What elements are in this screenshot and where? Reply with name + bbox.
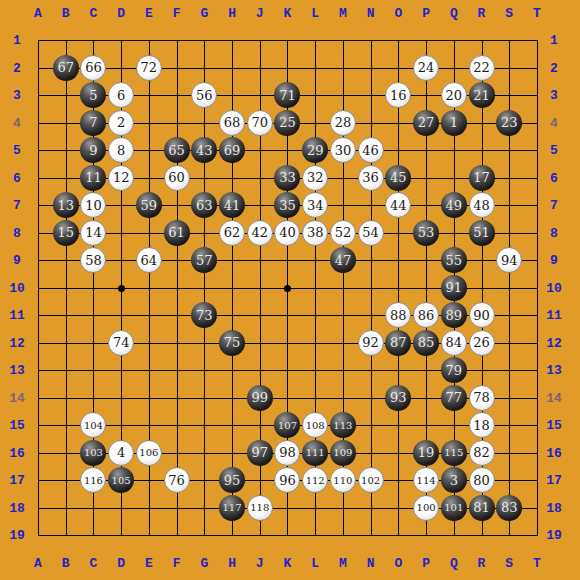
go-stone-N5[interactable]: 46 [358, 137, 384, 163]
coord-label-top: N [367, 7, 375, 20]
coord-label-left: 12 [9, 336, 25, 349]
go-stone-O7[interactable]: 44 [385, 192, 411, 218]
coord-label-left: 8 [13, 226, 21, 239]
stone-move-number: 58 [85, 253, 102, 268]
coord-label-bottom: O [394, 557, 402, 570]
stone-move-number: 81 [473, 500, 490, 515]
coord-label-bottom: N [367, 557, 375, 570]
go-stone-Q17[interactable]: 3 [441, 467, 467, 493]
coord-label-left: 17 [9, 474, 25, 487]
go-stone-J18[interactable]: 118 [247, 495, 273, 521]
coord-label-left: 18 [9, 501, 25, 514]
stone-move-number: 95 [224, 473, 241, 488]
go-stone-G5[interactable]: 43 [191, 137, 217, 163]
stone-move-number: 115 [444, 447, 463, 458]
stone-move-number: 43 [196, 143, 213, 158]
coord-label-left: 10 [9, 281, 25, 294]
stone-move-number: 87 [390, 335, 407, 350]
coord-label-bottom: C [90, 557, 98, 570]
coord-label-bottom: E [145, 557, 153, 570]
go-stone-K6[interactable]: 33 [274, 165, 300, 191]
go-stone-K15[interactable]: 107 [274, 412, 300, 438]
go-stone-Q11[interactable]: 89 [441, 302, 467, 328]
go-stone-D16[interactable]: 4 [108, 440, 134, 466]
stone-move-number: 73 [196, 308, 213, 323]
go-stone-Q10[interactable]: 91 [441, 275, 467, 301]
coord-label-bottom: D [117, 557, 125, 570]
coord-label-top: D [117, 7, 125, 20]
go-stone-R11[interactable]: 90 [469, 302, 495, 328]
go-stone-D17[interactable]: 105 [108, 467, 134, 493]
stone-move-number: 69 [224, 143, 241, 158]
go-stone-G3[interactable]: 56 [191, 82, 217, 108]
coord-label-top: G [200, 7, 208, 20]
stone-move-number: 52 [335, 225, 352, 240]
coord-label-right: 12 [546, 336, 562, 349]
coord-label-top: P [422, 7, 430, 20]
go-stone-H12[interactable]: 75 [219, 330, 245, 356]
stone-move-number: 107 [278, 420, 297, 431]
coord-label-right: 5 [550, 144, 558, 157]
grid-line-vertical [537, 40, 538, 536]
go-stone-L7[interactable]: 34 [302, 192, 328, 218]
go-stone-N12[interactable]: 92 [358, 330, 384, 356]
go-stone-L8[interactable]: 38 [302, 220, 328, 246]
stone-move-number: 36 [362, 170, 379, 185]
stone-move-number: 97 [251, 445, 268, 460]
coord-label-right: 6 [550, 171, 558, 184]
stone-move-number: 34 [307, 198, 324, 213]
coord-label-left: 19 [9, 529, 25, 542]
go-stone-C15[interactable]: 104 [80, 412, 106, 438]
go-stone-R8[interactable]: 51 [469, 220, 495, 246]
go-stone-J8[interactable]: 42 [247, 220, 273, 246]
go-stone-C5[interactable]: 9 [80, 137, 106, 163]
stone-move-number: 35 [279, 198, 296, 213]
stone-move-number: 105 [112, 475, 131, 486]
go-stone-L6[interactable]: 32 [302, 165, 328, 191]
stone-move-number: 32 [307, 170, 324, 185]
stone-move-number: 17 [473, 170, 490, 185]
coord-label-right: 9 [550, 254, 558, 267]
stone-move-number: 53 [418, 225, 435, 240]
go-stone-G9[interactable]: 57 [191, 247, 217, 273]
stone-move-number: 106 [139, 447, 158, 458]
stone-move-number: 46 [362, 143, 379, 158]
coord-label-bottom: A [34, 557, 42, 570]
go-stone-L15[interactable]: 108 [302, 412, 328, 438]
go-stone-D12[interactable]: 74 [108, 330, 134, 356]
go-stone-D5[interactable]: 8 [108, 137, 134, 163]
go-stone-C8[interactable]: 14 [80, 220, 106, 246]
go-stone-N6[interactable]: 36 [358, 165, 384, 191]
go-stone-P4[interactable]: 27 [413, 110, 439, 136]
go-stone-L17[interactable]: 112 [302, 467, 328, 493]
coord-label-top: E [145, 7, 153, 20]
coord-label-right: 18 [546, 501, 562, 514]
stone-move-number: 47 [335, 253, 352, 268]
coord-label-right: 14 [546, 391, 562, 404]
coord-label-top: O [394, 7, 402, 20]
coord-label-left: 13 [9, 364, 25, 377]
stone-move-number: 40 [279, 225, 296, 240]
stone-move-number: 88 [390, 308, 407, 323]
go-stone-H18[interactable]: 117 [219, 495, 245, 521]
stone-move-number: 66 [85, 60, 102, 75]
stone-move-number: 70 [251, 115, 268, 130]
coord-label-left: 1 [13, 34, 21, 47]
stone-move-number: 85 [418, 335, 435, 350]
coord-label-bottom: H [228, 557, 236, 570]
coord-label-right: 10 [546, 281, 562, 294]
go-stone-M15[interactable]: 113 [330, 412, 356, 438]
go-stone-Q14[interactable]: 77 [441, 385, 467, 411]
stone-move-number: 94 [501, 253, 518, 268]
go-stone-Q16[interactable]: 115 [441, 440, 467, 466]
go-stone-R16[interactable]: 82 [469, 440, 495, 466]
stone-move-number: 92 [362, 335, 379, 350]
stone-move-number: 102 [361, 475, 380, 486]
go-board[interactable]: AABBCCDDEEFFGGHHJJKKLLMMNNOOPPQQRRSSTT11… [0, 0, 580, 580]
coord-label-left: 15 [9, 419, 25, 432]
stone-move-number: 83 [501, 500, 518, 515]
coord-label-right: 7 [550, 199, 558, 212]
go-stone-R14[interactable]: 78 [469, 385, 495, 411]
stone-move-number: 77 [446, 390, 463, 405]
stone-move-number: 4 [117, 445, 125, 460]
coord-label-bottom: K [284, 557, 292, 570]
stone-move-number: 86 [418, 308, 435, 323]
coord-label-left: 14 [9, 391, 25, 404]
go-stone-D6[interactable]: 12 [108, 165, 134, 191]
stone-move-number: 79 [446, 363, 463, 378]
go-stone-K7[interactable]: 35 [274, 192, 300, 218]
stone-move-number: 24 [418, 60, 435, 75]
stone-move-number: 101 [444, 502, 463, 513]
go-stone-J14[interactable]: 99 [247, 385, 273, 411]
stone-move-number: 65 [168, 143, 185, 158]
go-stone-L5[interactable]: 29 [302, 137, 328, 163]
coord-label-bottom: P [422, 557, 430, 570]
go-stone-K17[interactable]: 96 [274, 467, 300, 493]
go-stone-O6[interactable]: 45 [385, 165, 411, 191]
go-stone-D4[interactable]: 2 [108, 110, 134, 136]
go-stone-H7[interactable]: 41 [219, 192, 245, 218]
stone-move-number: 117 [222, 502, 241, 513]
coord-label-left: 3 [13, 89, 21, 102]
stone-move-number: 38 [307, 225, 324, 240]
stone-move-number: 51 [473, 225, 490, 240]
go-stone-C4[interactable]: 7 [80, 110, 106, 136]
go-stone-O12[interactable]: 87 [385, 330, 411, 356]
grid-line-vertical [398, 40, 399, 536]
go-stone-R6[interactable]: 17 [469, 165, 495, 191]
go-stone-C6[interactable]: 11 [80, 165, 106, 191]
stone-move-number: 13 [57, 198, 74, 213]
stone-move-number: 12 [113, 170, 130, 185]
coord-label-right: 19 [546, 529, 562, 542]
stone-move-number: 1 [450, 115, 458, 130]
go-stone-N17[interactable]: 102 [358, 467, 384, 493]
stone-move-number: 62 [224, 225, 241, 240]
go-stone-C16[interactable]: 103 [80, 440, 106, 466]
stone-move-number: 41 [224, 198, 241, 213]
stone-move-number: 33 [279, 170, 296, 185]
go-stone-E9[interactable]: 64 [136, 247, 162, 273]
go-stone-P8[interactable]: 53 [413, 220, 439, 246]
stone-move-number: 3 [450, 473, 458, 488]
go-stone-S9[interactable]: 94 [496, 247, 522, 273]
go-stone-M8[interactable]: 52 [330, 220, 356, 246]
go-stone-P11[interactable]: 86 [413, 302, 439, 328]
go-stone-S4[interactable]: 23 [496, 110, 522, 136]
stone-move-number: 18 [473, 418, 490, 433]
coord-label-left: 9 [13, 254, 21, 267]
go-stone-R3[interactable]: 21 [469, 82, 495, 108]
stone-move-number: 7 [89, 115, 97, 130]
go-stone-H8[interactable]: 62 [219, 220, 245, 246]
go-stone-M16[interactable]: 109 [330, 440, 356, 466]
coord-label-bottom: L [311, 557, 319, 570]
coord-label-left: 6 [13, 171, 21, 184]
stone-move-number: 61 [168, 225, 185, 240]
stone-move-number: 75 [224, 335, 241, 350]
go-stone-P2[interactable]: 24 [413, 55, 439, 81]
go-stone-B2[interactable]: 67 [53, 55, 79, 81]
stone-move-number: 26 [473, 335, 490, 350]
coord-label-bottom: F [173, 557, 181, 570]
go-stone-R12[interactable]: 26 [469, 330, 495, 356]
stone-move-number: 45 [390, 170, 407, 185]
go-stone-R18[interactable]: 81 [469, 495, 495, 521]
stone-move-number: 89 [446, 308, 463, 323]
stone-move-number: 90 [473, 308, 490, 323]
coord-label-right: 3 [550, 89, 558, 102]
coord-label-left: 4 [13, 116, 21, 129]
coord-label-top: F [173, 7, 181, 20]
stone-move-number: 21 [473, 88, 490, 103]
go-stone-K8[interactable]: 40 [274, 220, 300, 246]
go-stone-B7[interactable]: 13 [53, 192, 79, 218]
stone-move-number: 76 [168, 473, 185, 488]
go-stone-C17[interactable]: 116 [80, 467, 106, 493]
stone-move-number: 74 [113, 335, 130, 350]
stone-move-number: 80 [473, 473, 490, 488]
coord-label-right: 1 [550, 34, 558, 47]
go-stone-F5[interactable]: 65 [164, 137, 190, 163]
go-stone-C2[interactable]: 66 [80, 55, 106, 81]
stone-move-number: 84 [446, 335, 463, 350]
coord-label-bottom: G [200, 557, 208, 570]
go-stone-M17[interactable]: 110 [330, 467, 356, 493]
star-point [284, 285, 291, 292]
coord-label-right: 2 [550, 61, 558, 74]
grid-line-horizontal [38, 535, 538, 536]
go-stone-R15[interactable]: 18 [469, 412, 495, 438]
go-stone-M9[interactable]: 47 [330, 247, 356, 273]
stone-move-number: 8 [117, 143, 125, 158]
go-stone-Q7[interactable]: 49 [441, 192, 467, 218]
stone-move-number: 23 [501, 115, 518, 130]
go-stone-N8[interactable]: 54 [358, 220, 384, 246]
coord-label-right: 13 [546, 364, 562, 377]
stone-move-number: 48 [473, 198, 490, 213]
go-stone-D3[interactable]: 6 [108, 82, 134, 108]
stone-move-number: 112 [306, 475, 325, 486]
stone-move-number: 82 [473, 445, 490, 460]
coord-label-left: 16 [9, 446, 25, 459]
go-stone-H17[interactable]: 95 [219, 467, 245, 493]
go-stone-F17[interactable]: 76 [164, 467, 190, 493]
stone-move-number: 15 [57, 225, 74, 240]
coord-label-bottom: T [533, 557, 541, 570]
coord-label-right: 11 [546, 309, 562, 322]
stone-move-number: 72 [141, 60, 158, 75]
go-stone-Q3[interactable]: 20 [441, 82, 467, 108]
stone-move-number: 64 [141, 253, 158, 268]
stone-move-number: 28 [335, 115, 352, 130]
stone-move-number: 56 [196, 88, 213, 103]
coord-label-bottom: Q [450, 557, 458, 570]
stone-move-number: 110 [333, 475, 352, 486]
go-stone-Q4[interactable]: 1 [441, 110, 467, 136]
stone-move-number: 100 [417, 502, 436, 513]
go-stone-O11[interactable]: 88 [385, 302, 411, 328]
grid-line-vertical [371, 40, 372, 536]
go-stone-K4[interactable]: 25 [274, 110, 300, 136]
go-stone-Q9[interactable]: 55 [441, 247, 467, 273]
stone-move-number: 22 [473, 60, 490, 75]
stone-move-number: 54 [362, 225, 379, 240]
coord-label-bottom: B [62, 557, 70, 570]
stone-move-number: 108 [306, 420, 325, 431]
coord-label-top: B [62, 7, 70, 20]
stone-move-number: 113 [333, 420, 352, 431]
coord-label-top: M [339, 7, 347, 20]
go-stone-F8[interactable]: 61 [164, 220, 190, 246]
stone-move-number: 11 [85, 170, 102, 185]
go-stone-K16[interactable]: 98 [274, 440, 300, 466]
stone-move-number: 10 [85, 198, 102, 213]
stone-move-number: 68 [224, 115, 241, 130]
go-stone-R2[interactable]: 22 [469, 55, 495, 81]
coord-label-right: 8 [550, 226, 558, 239]
star-point [118, 285, 125, 292]
stone-move-number: 29 [307, 143, 324, 158]
stone-move-number: 27 [418, 115, 435, 130]
coord-label-right: 16 [546, 446, 562, 459]
go-stone-O3[interactable]: 16 [385, 82, 411, 108]
stone-move-number: 5 [89, 88, 97, 103]
go-stone-B8[interactable]: 15 [53, 220, 79, 246]
stone-move-number: 30 [335, 143, 352, 158]
stone-move-number: 111 [306, 447, 325, 458]
go-stone-C7[interactable]: 10 [80, 192, 106, 218]
stone-move-number: 14 [85, 225, 102, 240]
go-stone-G11[interactable]: 73 [191, 302, 217, 328]
stone-move-number: 78 [473, 390, 490, 405]
coord-label-top: J [256, 7, 264, 20]
coord-label-bottom: R [478, 557, 486, 570]
coord-label-left: 5 [13, 144, 21, 157]
go-stone-P12[interactable]: 85 [413, 330, 439, 356]
coord-label-top: S [505, 7, 513, 20]
go-stone-K3[interactable]: 71 [274, 82, 300, 108]
go-stone-M4[interactable]: 28 [330, 110, 356, 136]
go-stone-Q12[interactable]: 84 [441, 330, 467, 356]
go-stone-C3[interactable]: 5 [80, 82, 106, 108]
go-stone-L16[interactable]: 111 [302, 440, 328, 466]
coord-label-top: Q [450, 7, 458, 20]
go-stone-R17[interactable]: 80 [469, 467, 495, 493]
go-stone-P18[interactable]: 100 [413, 495, 439, 521]
stone-move-number: 104 [84, 420, 103, 431]
stone-move-number: 49 [446, 198, 463, 213]
go-stone-R7[interactable]: 48 [469, 192, 495, 218]
coord-label-left: 7 [13, 199, 21, 212]
go-stone-E7[interactable]: 59 [136, 192, 162, 218]
go-stone-G7[interactable]: 63 [191, 192, 217, 218]
go-stone-P17[interactable]: 114 [413, 467, 439, 493]
coord-label-bottom: M [339, 557, 347, 570]
go-stone-O14[interactable]: 93 [385, 385, 411, 411]
stone-move-number: 109 [333, 447, 352, 458]
go-stone-C9[interactable]: 58 [80, 247, 106, 273]
stone-move-number: 96 [279, 473, 296, 488]
stone-move-number: 71 [279, 88, 296, 103]
go-stone-J16[interactable]: 97 [247, 440, 273, 466]
go-stone-H4[interactable]: 68 [219, 110, 245, 136]
go-stone-Q18[interactable]: 101 [441, 495, 467, 521]
stone-move-number: 9 [89, 143, 97, 158]
stone-move-number: 116 [84, 475, 103, 486]
stone-move-number: 16 [390, 88, 407, 103]
go-stone-Q13[interactable]: 79 [441, 357, 467, 383]
coord-label-right: 17 [546, 474, 562, 487]
stone-move-number: 6 [117, 88, 125, 103]
stone-move-number: 19 [418, 445, 435, 460]
coord-label-left: 2 [13, 61, 21, 74]
stone-move-number: 55 [446, 253, 463, 268]
coord-label-left: 11 [9, 309, 25, 322]
go-stone-F6[interactable]: 60 [164, 165, 190, 191]
coord-label-top: R [478, 7, 486, 20]
stone-move-number: 60 [168, 170, 185, 185]
coord-label-right: 15 [546, 419, 562, 432]
go-stone-S18[interactable]: 83 [496, 495, 522, 521]
coord-label-right: 4 [550, 116, 558, 129]
stone-move-number: 103 [84, 447, 103, 458]
coord-label-bottom: S [505, 557, 513, 570]
go-stone-H5[interactable]: 69 [219, 137, 245, 163]
stone-move-number: 59 [141, 198, 158, 213]
coord-label-top: A [34, 7, 42, 20]
stone-move-number: 57 [196, 253, 213, 268]
coord-label-bottom: J [256, 557, 264, 570]
go-stone-J4[interactable]: 70 [247, 110, 273, 136]
coord-label-top: T [533, 7, 541, 20]
stone-move-number: 63 [196, 198, 213, 213]
stone-move-number: 91 [446, 280, 463, 295]
stone-move-number: 98 [279, 445, 296, 460]
go-stone-M5[interactable]: 30 [330, 137, 356, 163]
stone-move-number: 20 [446, 88, 463, 103]
stone-move-number: 25 [279, 115, 296, 130]
go-stone-P16[interactable]: 19 [413, 440, 439, 466]
go-stone-E2[interactable]: 72 [136, 55, 162, 81]
coord-label-top: H [228, 7, 236, 20]
go-stone-E16[interactable]: 106 [136, 440, 162, 466]
